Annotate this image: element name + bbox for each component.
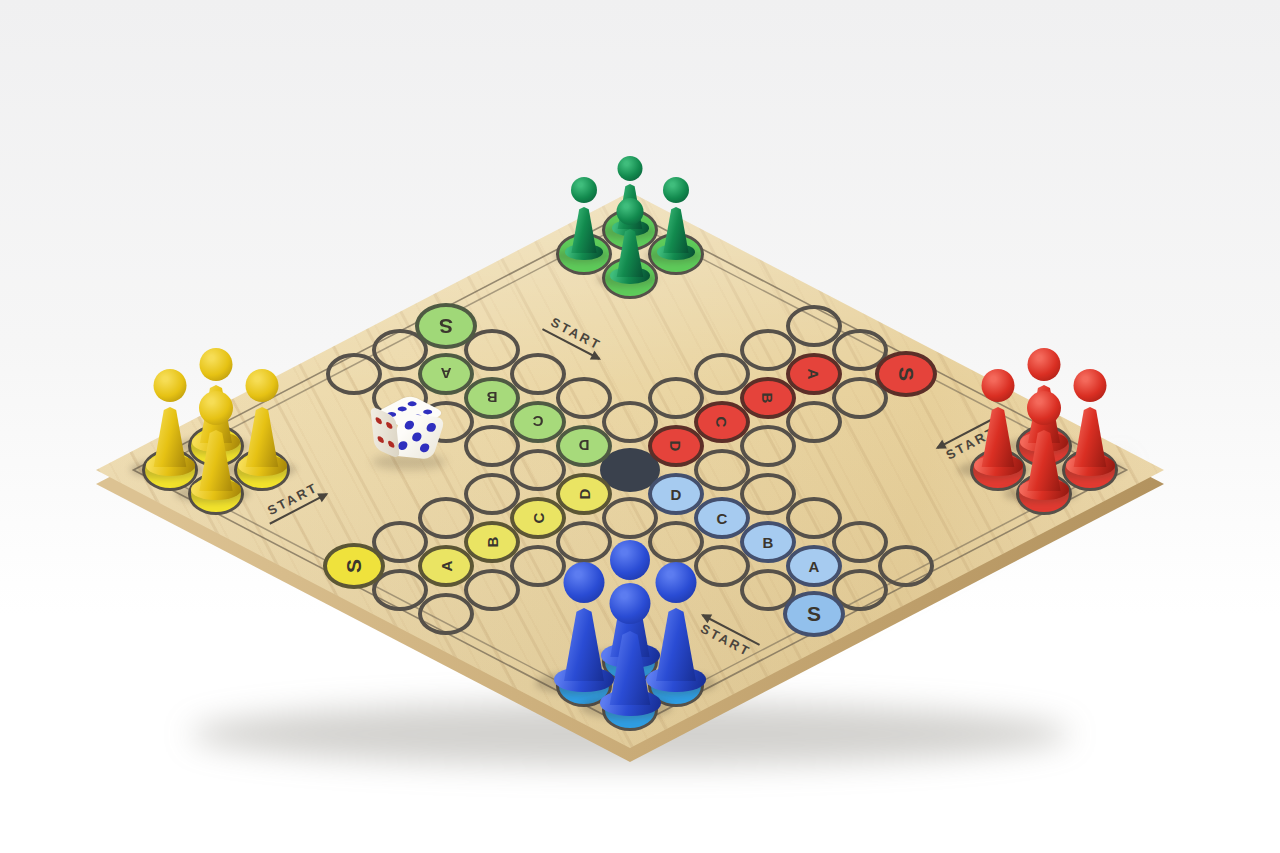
pawn-body <box>244 407 280 467</box>
cell-home-red-b[interactable]: B <box>740 377 796 419</box>
cell-home-red-c[interactable]: C <box>694 401 750 443</box>
cell-letter: C <box>698 501 746 535</box>
die-pip <box>377 435 384 444</box>
pawn-head <box>617 198 644 225</box>
pawn-head <box>1027 391 1061 425</box>
pawn-yellow-3[interactable] <box>146 369 195 476</box>
die-pip <box>406 400 419 407</box>
cell-letter: S <box>419 307 473 345</box>
pawn-head <box>571 177 597 203</box>
cell-track-13[interactable] <box>740 425 796 467</box>
cell-start-red[interactable]: S <box>875 351 937 397</box>
cell-home-blue-d[interactable]: D <box>648 473 704 515</box>
cell-letter: B <box>475 518 509 566</box>
cell-letter: D <box>652 477 700 511</box>
cell-letter: A <box>797 350 831 398</box>
pawn-body <box>1026 430 1063 491</box>
pawn-body <box>1072 407 1108 467</box>
cell-home-blue-a[interactable]: A <box>786 545 842 587</box>
cell-letter: B <box>468 381 516 415</box>
die-pip <box>388 440 395 449</box>
cell-letter: D <box>560 429 608 463</box>
pawn-body <box>607 631 652 705</box>
cell-track-28[interactable] <box>418 593 474 635</box>
cell-track-27[interactable] <box>464 569 520 611</box>
cell-letter: B <box>744 525 792 559</box>
pawn-body <box>570 207 598 253</box>
pawn-yellow-4[interactable] <box>191 391 241 500</box>
cell-letter: S <box>335 539 373 593</box>
die-pip <box>397 441 409 451</box>
pawn-head <box>1074 369 1107 402</box>
cell-track-24[interactable] <box>602 497 658 539</box>
pawn-body <box>198 430 235 491</box>
die-pip <box>422 408 435 415</box>
cell-home-yellow-d[interactable]: D <box>556 473 612 515</box>
cell-home-yellow-a[interactable]: A <box>418 545 474 587</box>
board-scene: SABCDSABCDSABCDSABCD STARTSTARTSTARTSTAR… <box>0 0 1280 853</box>
cell-start-green[interactable]: S <box>415 303 477 349</box>
pawn-blue-4[interactable] <box>600 583 661 716</box>
cell-home-red-d[interactable]: D <box>648 425 704 467</box>
pawn-head <box>618 156 643 181</box>
cell-letter: A <box>422 357 470 391</box>
cell-start-blue[interactable]: S <box>783 591 845 637</box>
die-pip <box>375 416 382 425</box>
die-pip <box>396 406 409 413</box>
cell-track-12[interactable] <box>786 401 842 443</box>
pawn-body <box>152 407 188 467</box>
cell-letter: D <box>659 422 693 470</box>
pawn-red-4[interactable] <box>1019 391 1069 500</box>
cell-letter: S <box>887 347 925 401</box>
pawn-yellow-2[interactable] <box>238 369 287 476</box>
pawn-red-3[interactable] <box>974 369 1023 476</box>
pawn-body <box>615 229 645 277</box>
cell-start-yellow[interactable]: S <box>323 543 385 589</box>
pawn-body <box>980 407 1016 467</box>
pawn-green-3[interactable] <box>565 177 603 260</box>
pawn-green-4[interactable] <box>610 198 650 284</box>
cell-letter: C <box>705 398 739 446</box>
pawn-body <box>662 207 690 253</box>
pawn-head <box>610 583 651 624</box>
pawn-head <box>200 348 233 381</box>
pawn-head <box>982 369 1015 402</box>
cell-letter: B <box>751 374 785 422</box>
die-pip <box>411 432 423 442</box>
cell-home-green-d[interactable]: D <box>556 425 612 467</box>
pawn-head <box>656 562 697 603</box>
die-pip <box>386 421 393 430</box>
pawn-head <box>1028 348 1061 381</box>
cell-letter: D <box>567 470 601 518</box>
pawn-green-2[interactable] <box>657 177 695 260</box>
pawn-head <box>154 369 187 402</box>
cell-letter: S <box>787 595 841 633</box>
die-pip <box>404 421 416 431</box>
cell-home-red-a[interactable]: A <box>786 353 842 395</box>
pawn-head <box>564 562 605 603</box>
die-pip <box>418 443 430 453</box>
cell-track-35[interactable] <box>464 425 520 467</box>
cell-home-yellow-c[interactable]: C <box>510 497 566 539</box>
scene: { "game": "Ludo (Mensch aergere Dich nic… <box>0 0 1280 853</box>
pawn-red-2[interactable] <box>1066 369 1115 476</box>
cell-letter: A <box>429 542 463 590</box>
pawn-head <box>246 369 279 402</box>
cell-home-blue-c[interactable]: C <box>694 497 750 539</box>
cell-home-blue-b[interactable]: B <box>740 521 796 563</box>
die-pip <box>425 423 437 433</box>
cell-home-yellow-b[interactable]: B <box>464 521 520 563</box>
cell-track-18[interactable] <box>878 545 934 587</box>
pawn-head <box>199 391 233 425</box>
pawn-head <box>610 540 650 580</box>
pawn-head <box>663 177 689 203</box>
die[interactable] <box>368 388 454 476</box>
cell-letter: C <box>521 494 555 542</box>
cell-letter: A <box>790 549 838 583</box>
cell-letter: C <box>514 405 562 439</box>
